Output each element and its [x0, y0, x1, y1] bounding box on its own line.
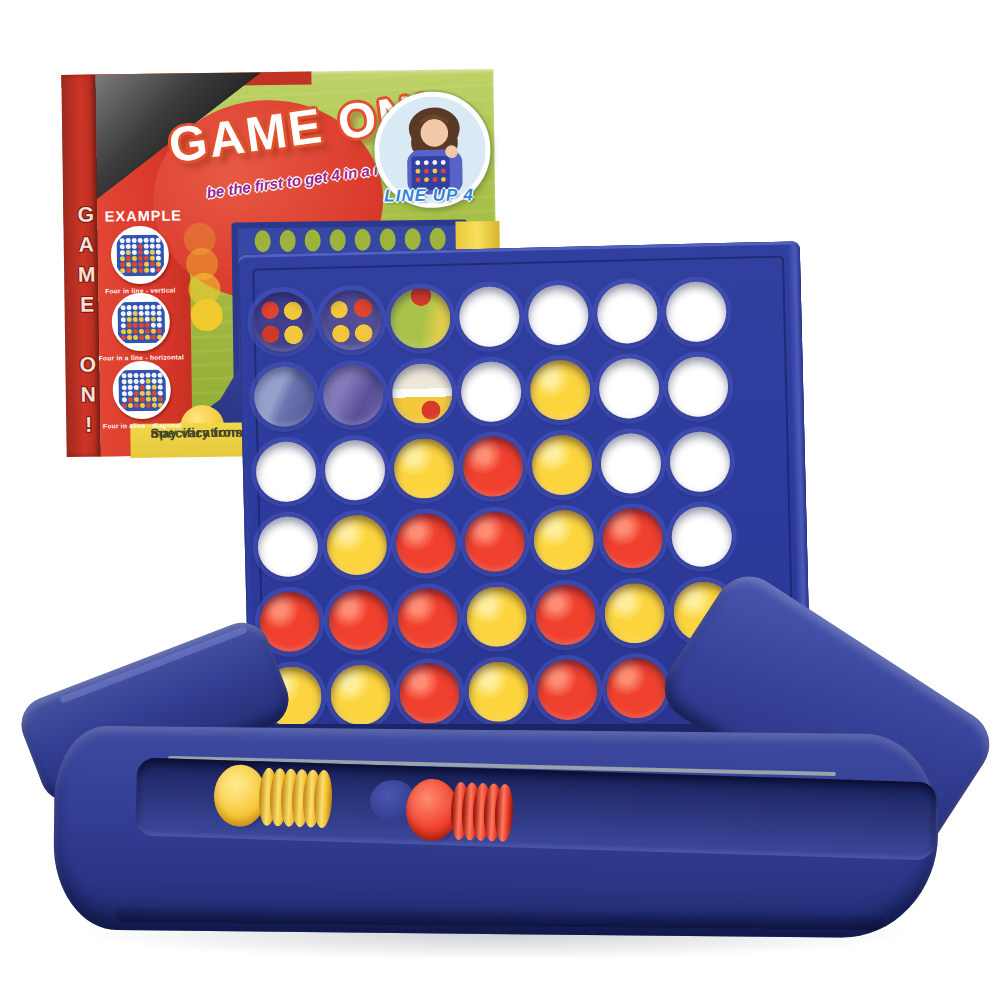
- example-heading: EXAMPLE: [93, 207, 193, 224]
- cell-r4c7[interactable]: [666, 498, 737, 575]
- yellow-disc: [533, 509, 594, 570]
- cell-r4c4[interactable]: [459, 503, 530, 580]
- cell-r2c7[interactable]: [662, 348, 733, 425]
- empty-hole: [665, 281, 726, 342]
- red-disc: [462, 436, 523, 497]
- cell-r3c6[interactable]: [595, 425, 666, 502]
- cell-r2c1[interactable]: [248, 358, 319, 435]
- empty-hole: [255, 441, 316, 502]
- example-vertical-image: [110, 226, 169, 285]
- example-horizontal: Four in a line - horizontal: [88, 292, 193, 361]
- empty-hole: [598, 357, 659, 418]
- empty-hole: [600, 432, 661, 493]
- cell-r1c6[interactable]: [591, 275, 662, 352]
- cell-r2c4[interactable]: [455, 353, 526, 430]
- yellow-disc: [529, 359, 590, 420]
- example-diagonal-caption: Four in aline - diagonal: [90, 421, 194, 429]
- example-diagonal-image: [112, 361, 171, 420]
- empty-hole: [669, 431, 730, 492]
- red-disc: [602, 507, 663, 568]
- base-unit: [18, 612, 980, 972]
- cell-r1c4[interactable]: [453, 278, 524, 355]
- empty-hole: [253, 366, 314, 427]
- cell-r4c1[interactable]: [252, 508, 323, 585]
- cell-r1c3[interactable]: [384, 280, 455, 357]
- empty-hole: [251, 291, 312, 352]
- product-photo-connect-four: Specifications colours and conten may va…: [0, 0, 1000, 1000]
- empty-hole: [458, 286, 519, 347]
- cell-r3c1[interactable]: [250, 433, 321, 510]
- cell-r3c3[interactable]: [388, 430, 459, 507]
- cell-r2c5[interactable]: [524, 351, 595, 428]
- empty-hole: [527, 284, 588, 345]
- yellow-disc-tray-stack[interactable]: [213, 764, 333, 831]
- red-disc: [395, 512, 456, 573]
- yellow-disc: [326, 514, 387, 575]
- example-vertical: Four in line - vertical: [87, 225, 192, 294]
- red-disc: [464, 511, 525, 572]
- cell-r3c4[interactable]: [457, 428, 528, 505]
- cell-r3c7[interactable]: [664, 423, 735, 500]
- mini-board: [117, 301, 165, 343]
- cell-r2c6[interactable]: [593, 350, 664, 427]
- mini-board: [116, 234, 164, 276]
- cell-r4c5[interactable]: [528, 501, 599, 578]
- cell-r2c3[interactable]: [386, 355, 457, 432]
- line-up-4-badge: LINE UP 4: [359, 185, 499, 207]
- cell-r1c2[interactable]: [315, 281, 386, 358]
- empty-hole: [320, 289, 381, 350]
- empty-hole: [389, 287, 450, 348]
- cell-r3c5[interactable]: [526, 426, 597, 503]
- empty-hole: [391, 362, 452, 423]
- example-horizontal-image: [111, 293, 170, 352]
- cell-r1c1[interactable]: [246, 283, 317, 360]
- empty-hole: [667, 356, 728, 417]
- cell-r1c5[interactable]: [522, 276, 593, 353]
- empty-hole: [671, 505, 732, 566]
- yellow-disc: [531, 434, 592, 495]
- empty-hole: [596, 282, 657, 343]
- empty-hole: [322, 364, 383, 425]
- empty-hole: [324, 439, 385, 500]
- mini-board: [118, 369, 166, 411]
- empty-hole: [257, 516, 318, 577]
- cell-r4c2[interactable]: [321, 506, 392, 583]
- example-diagonal: Four in aline - diagonal: [89, 360, 194, 429]
- empty-hole: [460, 361, 521, 422]
- cell-r4c3[interactable]: [390, 505, 461, 582]
- yellow-disc: [393, 437, 454, 498]
- cell-r4c6[interactable]: [597, 500, 668, 577]
- cell-r1c7[interactable]: [660, 273, 731, 350]
- cell-r3c2[interactable]: [319, 431, 390, 508]
- cell-r2c2[interactable]: [317, 356, 388, 433]
- red-disc-tray-stack[interactable]: [405, 778, 515, 844]
